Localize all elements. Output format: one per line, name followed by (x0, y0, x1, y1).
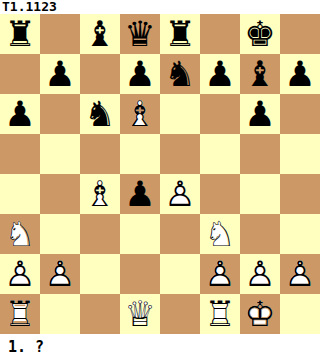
square-c1[interactable] (80, 294, 120, 334)
piece-outline: ♙ (240, 254, 280, 294)
black-rook: ♜ (160, 14, 200, 54)
square-d1[interactable]: ♛♕ (120, 294, 160, 334)
black-king: ♚ (240, 14, 280, 54)
white-pawn: ♟♙ (240, 254, 280, 294)
piece-outline: ♘ (0, 214, 40, 254)
piece-outline: ♔ (240, 294, 280, 334)
square-e6[interactable] (160, 94, 200, 134)
piece-outline: ♗ (80, 174, 120, 214)
square-d6[interactable]: ♝♗ (120, 94, 160, 134)
square-a3[interactable]: ♞♘ (0, 214, 40, 254)
white-rook: ♜♖ (0, 294, 40, 334)
square-f5[interactable] (200, 134, 240, 174)
square-e8[interactable]: ♜ (160, 14, 200, 54)
square-a4[interactable] (0, 174, 40, 214)
square-e2[interactable] (160, 254, 200, 294)
diagram-title: T1.1123 (0, 0, 320, 14)
piece-outline: ♙ (200, 254, 240, 294)
square-c6[interactable]: ♞ (80, 94, 120, 134)
white-queen: ♛♕ (120, 294, 160, 334)
square-e4[interactable]: ♟♙ (160, 174, 200, 214)
square-g1[interactable]: ♚♔ (240, 294, 280, 334)
square-g4[interactable] (240, 174, 280, 214)
black-pawn: ♟ (120, 174, 160, 214)
white-knight: ♞♘ (200, 214, 240, 254)
black-pawn: ♟ (0, 94, 40, 134)
black-rook: ♜ (0, 14, 40, 54)
piece-outline: ♙ (160, 174, 200, 214)
white-bishop: ♝♗ (80, 174, 120, 214)
square-b7[interactable]: ♟ (40, 54, 80, 94)
piece-outline: ♘ (200, 214, 240, 254)
white-pawn: ♟♙ (160, 174, 200, 214)
square-b2[interactable]: ♟♙ (40, 254, 80, 294)
black-queen: ♛ (120, 14, 160, 54)
square-a8[interactable]: ♜ (0, 14, 40, 54)
square-f2[interactable]: ♟♙ (200, 254, 240, 294)
square-h5[interactable] (280, 134, 320, 174)
square-b1[interactable] (40, 294, 80, 334)
white-pawn: ♟♙ (280, 254, 320, 294)
square-d5[interactable] (120, 134, 160, 174)
piece-outline: ♕ (120, 294, 160, 334)
square-f4[interactable] (200, 174, 240, 214)
square-f6[interactable] (200, 94, 240, 134)
square-b8[interactable] (40, 14, 80, 54)
square-e3[interactable] (160, 214, 200, 254)
black-pawn: ♟ (280, 54, 320, 94)
square-c5[interactable] (80, 134, 120, 174)
square-c7[interactable] (80, 54, 120, 94)
square-f8[interactable] (200, 14, 240, 54)
black-knight: ♞ (80, 94, 120, 134)
square-a2[interactable]: ♟♙ (0, 254, 40, 294)
white-bishop: ♝♗ (120, 94, 160, 134)
square-e5[interactable] (160, 134, 200, 174)
white-king: ♚♔ (240, 294, 280, 334)
square-h2[interactable]: ♟♙ (280, 254, 320, 294)
square-d4[interactable]: ♟ (120, 174, 160, 214)
black-knight: ♞ (160, 54, 200, 94)
black-bishop: ♝ (80, 14, 120, 54)
white-pawn: ♟♙ (0, 254, 40, 294)
white-rook: ♜♖ (200, 294, 240, 334)
square-e7[interactable]: ♞ (160, 54, 200, 94)
square-d7[interactable]: ♟ (120, 54, 160, 94)
square-h1[interactable] (280, 294, 320, 334)
square-g5[interactable] (240, 134, 280, 174)
piece-outline: ♖ (0, 294, 40, 334)
move-prompt: 1. ? (0, 334, 320, 360)
square-g7[interactable]: ♝ (240, 54, 280, 94)
square-f3[interactable]: ♞♘ (200, 214, 240, 254)
square-d2[interactable] (120, 254, 160, 294)
square-g2[interactable]: ♟♙ (240, 254, 280, 294)
square-g8[interactable]: ♚ (240, 14, 280, 54)
black-pawn: ♟ (200, 54, 240, 94)
square-h6[interactable] (280, 94, 320, 134)
square-h3[interactable] (280, 214, 320, 254)
square-h4[interactable] (280, 174, 320, 214)
square-g6[interactable]: ♟ (240, 94, 280, 134)
square-h7[interactable]: ♟ (280, 54, 320, 94)
piece-outline: ♙ (40, 254, 80, 294)
square-a1[interactable]: ♜♖ (0, 294, 40, 334)
chess-board: ♜♝♛♜♚♟♟♞♟♝♟♟♞♝♗♟♝♗♟♟♙♞♘♞♘♟♙♟♙♟♙♟♙♟♙♜♖♛♕♜… (0, 14, 320, 334)
square-b3[interactable] (40, 214, 80, 254)
square-c8[interactable]: ♝ (80, 14, 120, 54)
square-f1[interactable]: ♜♖ (200, 294, 240, 334)
black-pawn: ♟ (120, 54, 160, 94)
square-d3[interactable] (120, 214, 160, 254)
black-pawn: ♟ (40, 54, 80, 94)
white-pawn: ♟♙ (200, 254, 240, 294)
square-c2[interactable] (80, 254, 120, 294)
square-h8[interactable] (280, 14, 320, 54)
black-pawn: ♟ (240, 94, 280, 134)
piece-outline: ♙ (0, 254, 40, 294)
square-c4[interactable]: ♝♗ (80, 174, 120, 214)
piece-outline: ♙ (280, 254, 320, 294)
square-b4[interactable] (40, 174, 80, 214)
square-a7[interactable] (0, 54, 40, 94)
white-knight: ♞♘ (0, 214, 40, 254)
black-bishop: ♝ (240, 54, 280, 94)
square-f7[interactable]: ♟ (200, 54, 240, 94)
square-a6[interactable]: ♟ (0, 94, 40, 134)
piece-outline: ♖ (200, 294, 240, 334)
square-g3[interactable] (240, 214, 280, 254)
square-e1[interactable] (160, 294, 200, 334)
white-pawn: ♟♙ (40, 254, 80, 294)
square-a5[interactable] (0, 134, 40, 174)
square-b5[interactable] (40, 134, 80, 174)
square-d8[interactable]: ♛ (120, 14, 160, 54)
square-b6[interactable] (40, 94, 80, 134)
chess-diagram-window: T1.1123 ♜♝♛♜♚♟♟♞♟♝♟♟♞♝♗♟♝♗♟♟♙♞♘♞♘♟♙♟♙♟♙♟… (0, 0, 320, 360)
piece-outline: ♗ (120, 94, 160, 134)
square-c3[interactable] (80, 214, 120, 254)
